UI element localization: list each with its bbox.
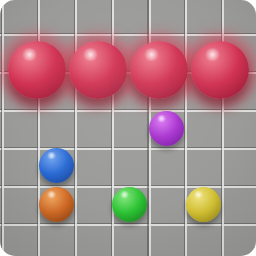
red-ball[interactable]: [69, 41, 127, 99]
orange-ball[interactable]: [39, 187, 74, 222]
blue-ball[interactable]: [39, 148, 74, 183]
red-ball[interactable]: [130, 41, 188, 99]
yellow-ball[interactable]: [186, 187, 221, 222]
green-ball[interactable]: [112, 187, 147, 222]
game-board[interactable]: [0, 0, 256, 256]
balls-layer: [0, 0, 256, 256]
purple-ball[interactable]: [149, 111, 184, 146]
red-ball[interactable]: [8, 41, 66, 99]
red-ball[interactable]: [191, 41, 249, 99]
